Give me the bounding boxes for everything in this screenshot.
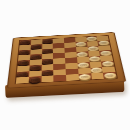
dark-man[interactable]: ⛂ <box>29 76 41 82</box>
board-square[interactable]: ⛂ <box>28 76 41 83</box>
board-frame: ⛂⛂⛂⛂⛂⛂⛂⛂⛂⛂⛂⛂⛂⛂⛂⛂⛂⛂⛂⛂⛂⛂⛂⛂ <box>7 32 127 88</box>
board-square[interactable] <box>66 74 79 81</box>
board-square[interactable] <box>41 76 54 83</box>
board-square[interactable] <box>91 73 104 80</box>
photo-background: ⛂⛂⛂⛂⛂⛂⛂⛂⛂⛂⛂⛂⛂⛂⛂⛂⛂⛂⛂⛂⛂⛂⛂⛂ <box>0 0 130 130</box>
checkers-board: ⛂⛂⛂⛂⛂⛂⛂⛂⛂⛂⛂⛂⛂⛂⛂⛂⛂⛂⛂⛂⛂⛂⛂⛂ <box>7 32 127 88</box>
board-square[interactable] <box>54 75 67 82</box>
light-man[interactable]: ⛂ <box>104 72 117 78</box>
board-square[interactable] <box>16 77 29 84</box>
board-grid: ⛂⛂⛂⛂⛂⛂⛂⛂⛂⛂⛂⛂⛂⛂⛂⛂⛂⛂⛂⛂⛂⛂⛂⛂ <box>15 35 118 84</box>
light-man[interactable]: ⛂ <box>79 74 91 80</box>
board-square[interactable]: ⛂ <box>103 72 117 79</box>
board-square[interactable]: ⛂ <box>78 73 91 80</box>
